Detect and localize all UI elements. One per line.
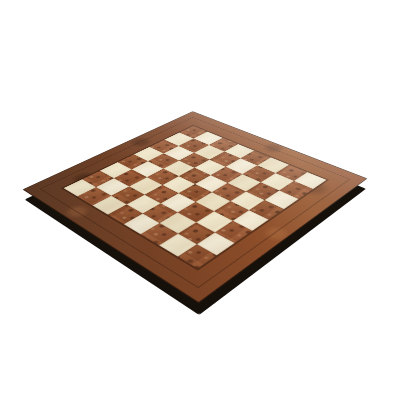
chess-board [23, 111, 368, 303]
product-photo-stage [0, 0, 400, 400]
